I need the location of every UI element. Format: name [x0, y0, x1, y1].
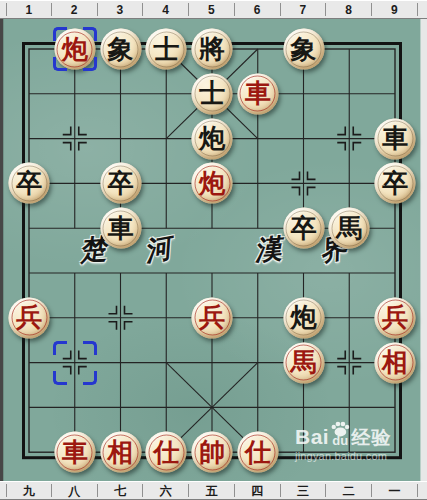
piece-glyph: 卒 — [382, 170, 408, 196]
piece-glyph: 卒 — [16, 170, 42, 196]
piece-glyph: 炮 — [62, 36, 88, 62]
piece-glyph: 兵 — [16, 305, 42, 331]
piece-glyph: 兵 — [199, 305, 225, 331]
xiangqi-app-window: 123456789 楚河漢界 炮象士將象士車炮車卒卒炮卒車卒馬兵兵炮兵馬相車相仕… — [0, 0, 427, 500]
piece-glyph: 卒 — [108, 170, 134, 196]
piece-red-elephant[interactable]: 相 — [100, 432, 141, 473]
xiangqi-board[interactable]: 楚河漢界 炮象士將象士車炮車卒卒炮卒車卒馬兵兵炮兵馬相車相仕帥仕 Bai du … — [3, 19, 421, 481]
piece-black-pawn[interactable]: 卒 — [375, 163, 416, 204]
piece-red-elephant[interactable]: 相 — [375, 342, 416, 383]
piece-red-chariot[interactable]: 車 — [237, 73, 278, 114]
watermark-url: jingyan.baidu.com — [295, 450, 423, 462]
file-label-top-3: 3 — [98, 3, 144, 16]
piece-glyph: 炮 — [199, 126, 225, 152]
piece-glyph: 相 — [382, 350, 408, 376]
file-label-top-4: 4 — [143, 3, 189, 16]
file-label-bottom-7: 三 — [281, 484, 327, 497]
piece-black-pawn[interactable]: 卒 — [283, 208, 324, 249]
piece-red-advisor[interactable]: 仕 — [146, 432, 187, 473]
file-label-top-5: 5 — [189, 3, 235, 16]
file-label-top-1: 1 — [6, 3, 52, 16]
river-char-2: 河 — [142, 234, 173, 265]
piece-glyph: 士 — [199, 81, 225, 107]
file-label-top-9: 9 — [372, 3, 418, 16]
piece-black-horse[interactable]: 馬 — [329, 208, 370, 249]
piece-red-cannon[interactable]: 炮 — [54, 29, 95, 70]
piece-black-chariot[interactable]: 車 — [100, 208, 141, 249]
piece-glyph: 卒 — [291, 215, 317, 241]
piece-black-elephant[interactable]: 象 — [283, 29, 324, 70]
file-label-top-8: 8 — [326, 3, 372, 16]
file-label-top-7: 7 — [281, 3, 327, 16]
piece-glyph: 馬 — [336, 215, 362, 241]
file-label-bottom-4: 六 — [143, 484, 189, 497]
file-label-bottom-3: 七 — [98, 484, 144, 497]
piece-glyph: 車 — [382, 126, 408, 152]
file-label-bottom-2: 八 — [52, 484, 98, 497]
bottom-file-labels-bar: 九八七六五四三二一 — [0, 481, 427, 500]
baidu-logo-text-du: du — [332, 434, 348, 447]
piece-red-general[interactable]: 帥 — [192, 432, 233, 473]
piece-glyph: 象 — [291, 36, 317, 62]
piece-red-chariot[interactable]: 車 — [54, 432, 95, 473]
piece-black-chariot[interactable]: 車 — [375, 118, 416, 159]
river-char-3: 漢 — [253, 235, 282, 264]
piece-red-pawn[interactable]: 兵 — [9, 297, 50, 338]
piece-red-horse[interactable]: 馬 — [283, 342, 324, 383]
piece-glyph: 象 — [108, 36, 134, 62]
file-label-bottom-9: 一 — [372, 484, 418, 497]
baidu-watermark: Bai du 经验 jingyan.baidu.com — [295, 421, 423, 462]
piece-red-pawn[interactable]: 兵 — [192, 297, 233, 338]
file-label-bottom-6: 四 — [235, 484, 281, 497]
piece-glyph: 車 — [108, 215, 134, 241]
file-label-bottom-8: 二 — [326, 484, 372, 497]
piece-red-pawn[interactable]: 兵 — [375, 297, 416, 338]
piece-black-cannon[interactable]: 炮 — [192, 118, 233, 159]
baidu-jingyan-text: 经验 — [351, 428, 391, 447]
top-file-labels-bar: 123456789 — [0, 0, 427, 19]
piece-glyph: 車 — [62, 439, 88, 465]
piece-glyph: 車 — [245, 81, 271, 107]
piece-glyph: 炮 — [199, 170, 225, 196]
baidu-logo-text-bai: Bai — [295, 426, 329, 447]
piece-glyph: 仕 — [245, 439, 271, 465]
piece-glyph: 帥 — [199, 439, 225, 465]
piece-black-pawn[interactable]: 卒 — [100, 163, 141, 204]
piece-glyph: 將 — [199, 36, 225, 62]
piece-black-elephant[interactable]: 象 — [100, 29, 141, 70]
piece-glyph: 相 — [108, 439, 134, 465]
piece-black-pawn[interactable]: 卒 — [9, 163, 50, 204]
baidu-logo: Bai du 经验 — [295, 421, 423, 447]
file-label-top-2: 2 — [52, 3, 98, 16]
file-label-top-6: 6 — [235, 3, 281, 16]
baidu-paw-block: du — [330, 421, 350, 447]
piece-black-general[interactable]: 將 — [192, 29, 233, 70]
piece-glyph: 士 — [153, 36, 179, 62]
piece-black-advisor[interactable]: 士 — [192, 73, 233, 114]
file-label-bottom-1: 九 — [6, 484, 52, 497]
file-label-bottom-5: 五 — [189, 484, 235, 497]
piece-glyph: 炮 — [291, 305, 317, 331]
piece-glyph: 兵 — [382, 305, 408, 331]
piece-red-advisor[interactable]: 仕 — [237, 432, 278, 473]
piece-glyph: 馬 — [291, 350, 317, 376]
piece-glyph: 仕 — [153, 439, 179, 465]
piece-black-cannon[interactable]: 炮 — [283, 297, 324, 338]
piece-black-advisor[interactable]: 士 — [146, 29, 187, 70]
piece-red-cannon[interactable]: 炮 — [192, 163, 233, 204]
